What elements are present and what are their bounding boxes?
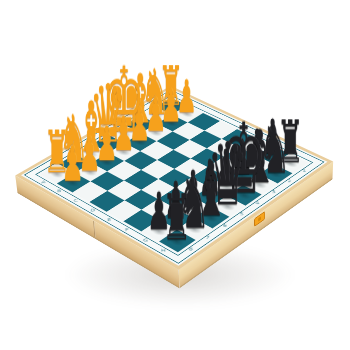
tilt-wrapper: ♜♟♟♜♞♟♟♞♝♟♟♝♚♟♟♚♛♟♟♛♝♟♟♝♞♟♟♞♜♟♟♜ ABCDEFG… (0, 0, 350, 350)
rank-label: 1 (302, 169, 307, 173)
wooden-chess-box: ♜♟♟♜♞♟♟♞♝♟♟♝♚♟♟♚♛♟♟♛♝♟♟♝♞♟♟♞♜♟♟♜ ABCDEFG… (15, 86, 333, 270)
rank-label: 3 (271, 190, 275, 194)
rank-label: 2 (287, 179, 291, 183)
rank-label: 4 (255, 201, 259, 205)
file-label: F (125, 228, 129, 232)
rank-label: 6 (223, 223, 227, 227)
file-label: A (41, 180, 45, 184)
product-photo-scene: ♜♟♟♜♞♟♟♞♝♟♟♝♚♟♟♚♛♟♟♛♝♟♟♝♞♟♟♞♜♟♟♜ ABCDEFG… (0, 0, 350, 350)
rank-label: 8 (188, 247, 192, 251)
rank-label: 5 (239, 212, 243, 216)
rank-label: 7 (206, 235, 210, 239)
latch-clasp-icon (254, 211, 265, 227)
file-label: H (161, 248, 166, 252)
fold-seam (93, 220, 96, 237)
file-label: G (143, 238, 148, 242)
file-label: B (57, 189, 61, 193)
file-label: D (90, 208, 95, 212)
board-square: ♜ (159, 230, 195, 252)
file-label: C (74, 199, 79, 203)
file-label: E (107, 218, 111, 222)
chess-board: ♜♟♟♜♞♟♟♞♝♟♟♝♚♟♟♚♛♟♟♛♝♟♟♝♞♟♟♞♜♟♟♜ ABCDEFG… (21, 88, 328, 266)
